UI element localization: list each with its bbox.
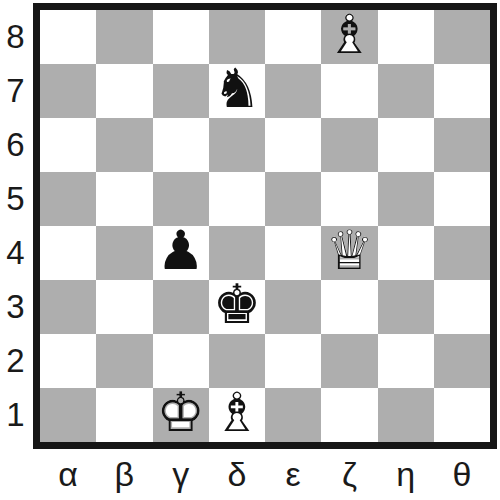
square-d6[interactable] bbox=[209, 118, 265, 172]
chess-board: ♝♗♞♟♛♕♚♚♔♝♗ bbox=[40, 10, 490, 442]
square-a1[interactable] bbox=[40, 388, 96, 442]
square-f1[interactable] bbox=[321, 388, 377, 442]
square-d1[interactable]: ♝♗ bbox=[209, 388, 265, 442]
square-e2[interactable] bbox=[265, 334, 321, 388]
square-h8[interactable] bbox=[434, 10, 490, 64]
square-h2[interactable] bbox=[434, 334, 490, 388]
square-e4[interactable] bbox=[265, 226, 321, 280]
square-h3[interactable] bbox=[434, 280, 490, 334]
square-a5[interactable] bbox=[40, 172, 96, 226]
square-f8[interactable]: ♝♗ bbox=[321, 10, 377, 64]
square-b7[interactable] bbox=[96, 64, 152, 118]
piece-white-bishop: ♝♗ bbox=[321, 10, 377, 64]
rank-label-1: 1 bbox=[0, 388, 31, 442]
square-g3[interactable] bbox=[378, 280, 434, 334]
square-c8[interactable] bbox=[153, 10, 209, 64]
square-c6[interactable] bbox=[153, 118, 209, 172]
board-frame: ♝♗♞♟♛♕♚♚♔♝♗ bbox=[33, 3, 497, 449]
pawn-icon: ♟ bbox=[156, 224, 204, 278]
square-b3[interactable] bbox=[96, 280, 152, 334]
square-c4[interactable]: ♟ bbox=[153, 226, 209, 280]
square-h1[interactable] bbox=[434, 388, 490, 442]
square-a8[interactable] bbox=[40, 10, 96, 64]
square-d7[interactable]: ♞ bbox=[209, 64, 265, 118]
square-d3[interactable]: ♚ bbox=[209, 280, 265, 334]
square-c7[interactable] bbox=[153, 64, 209, 118]
bishop-icon: ♗ bbox=[213, 386, 261, 440]
rank-label-7: 7 bbox=[0, 64, 31, 118]
square-b5[interactable] bbox=[96, 172, 152, 226]
square-c1[interactable]: ♚♔ bbox=[153, 388, 209, 442]
square-g2[interactable] bbox=[378, 334, 434, 388]
file-label-beta: β bbox=[96, 449, 152, 499]
square-b1[interactable] bbox=[96, 388, 152, 442]
king-icon: ♚ bbox=[213, 278, 261, 332]
square-e5[interactable] bbox=[265, 172, 321, 226]
rank-label-4: 4 bbox=[0, 226, 31, 280]
rank-label-5: 5 bbox=[0, 172, 31, 226]
square-g6[interactable] bbox=[378, 118, 434, 172]
square-b6[interactable] bbox=[96, 118, 152, 172]
square-d5[interactable] bbox=[209, 172, 265, 226]
square-h6[interactable] bbox=[434, 118, 490, 172]
square-a4[interactable] bbox=[40, 226, 96, 280]
file-label-alpha: α bbox=[40, 449, 96, 499]
square-g8[interactable] bbox=[378, 10, 434, 64]
square-h5[interactable] bbox=[434, 172, 490, 226]
piece-white-bishop: ♝♗ bbox=[209, 388, 265, 442]
square-f7[interactable] bbox=[321, 64, 377, 118]
chess-diagram: 8 7 6 5 4 3 2 1 ♝♗♞♟♛♕♚♚♔♝♗ α β γ δ ε ζ … bbox=[0, 0, 500, 500]
queen-icon: ♕ bbox=[325, 224, 373, 278]
rank-label-2: 2 bbox=[0, 334, 31, 388]
square-g7[interactable] bbox=[378, 64, 434, 118]
rank-label-8: 8 bbox=[0, 10, 31, 64]
square-g4[interactable] bbox=[378, 226, 434, 280]
square-f2[interactable] bbox=[321, 334, 377, 388]
square-e6[interactable] bbox=[265, 118, 321, 172]
piece-black-knight: ♞ bbox=[209, 64, 265, 118]
square-c3[interactable] bbox=[153, 280, 209, 334]
piece-black-king: ♚ bbox=[209, 280, 265, 334]
square-f3[interactable] bbox=[321, 280, 377, 334]
piece-black-pawn: ♟ bbox=[153, 226, 209, 280]
square-a6[interactable] bbox=[40, 118, 96, 172]
rank-label-6: 6 bbox=[0, 118, 31, 172]
knight-icon: ♞ bbox=[213, 62, 261, 116]
square-f6[interactable] bbox=[321, 118, 377, 172]
file-label-theta: θ bbox=[434, 449, 490, 499]
file-label-eta: η bbox=[378, 449, 434, 499]
square-h4[interactable] bbox=[434, 226, 490, 280]
square-e1[interactable] bbox=[265, 388, 321, 442]
square-a3[interactable] bbox=[40, 280, 96, 334]
square-g5[interactable] bbox=[378, 172, 434, 226]
king-icon: ♔ bbox=[156, 386, 204, 440]
file-label-delta: δ bbox=[209, 449, 265, 499]
piece-white-king: ♚♔ bbox=[153, 388, 209, 442]
square-g1[interactable] bbox=[378, 388, 434, 442]
square-e7[interactable] bbox=[265, 64, 321, 118]
file-labels: α β γ δ ε ζ η θ bbox=[40, 449, 490, 499]
square-e8[interactable] bbox=[265, 10, 321, 64]
square-a7[interactable] bbox=[40, 64, 96, 118]
square-a2[interactable] bbox=[40, 334, 96, 388]
square-h7[interactable] bbox=[434, 64, 490, 118]
file-label-zeta: ζ bbox=[321, 449, 377, 499]
file-label-epsilon: ε bbox=[265, 449, 321, 499]
square-b8[interactable] bbox=[96, 10, 152, 64]
rank-label-3: 3 bbox=[0, 280, 31, 334]
rank-labels: 8 7 6 5 4 3 2 1 bbox=[0, 10, 31, 442]
square-f4[interactable]: ♛♕ bbox=[321, 226, 377, 280]
square-b4[interactable] bbox=[96, 226, 152, 280]
piece-white-queen: ♛♕ bbox=[321, 226, 377, 280]
bishop-icon: ♗ bbox=[325, 8, 373, 62]
file-label-gamma: γ bbox=[153, 449, 209, 499]
square-e3[interactable] bbox=[265, 280, 321, 334]
square-b2[interactable] bbox=[96, 334, 152, 388]
